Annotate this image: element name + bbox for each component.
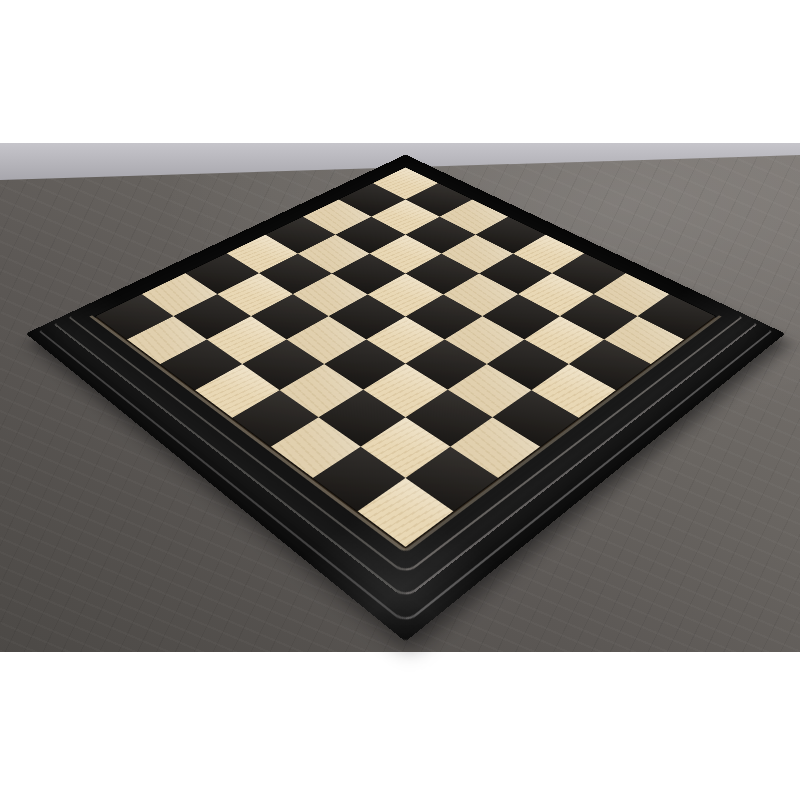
scene [0, 0, 800, 800]
